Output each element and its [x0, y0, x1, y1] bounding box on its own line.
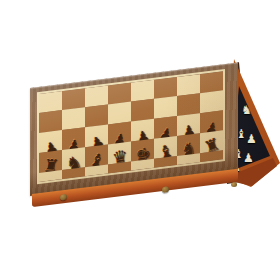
- brass-latch-icon: [60, 194, 67, 201]
- board-inlay-border: ♟♟♟♟♟♟♟♟♜♞♝♛♚♝♞♜: [37, 69, 225, 184]
- board-square: [131, 159, 154, 171]
- board-square: [177, 153, 200, 165]
- chess-set-photo: ♞♝♟♝♟♟ ♟♟♟♟♟♟♟♟♜♞♝♛♚♝♞♜: [0, 0, 280, 280]
- brass-hinge-icon: [231, 182, 237, 187]
- board-square: [62, 167, 85, 179]
- board-square: [85, 164, 108, 176]
- board-grid: ♟♟♟♟♟♟♟♟♜♞♝♛♚♝♞♜: [39, 71, 223, 182]
- board-square: [108, 162, 131, 174]
- board-square: [154, 156, 177, 168]
- board-square: [200, 150, 223, 162]
- board-square: [39, 170, 62, 182]
- brass-latch-icon: [162, 186, 169, 193]
